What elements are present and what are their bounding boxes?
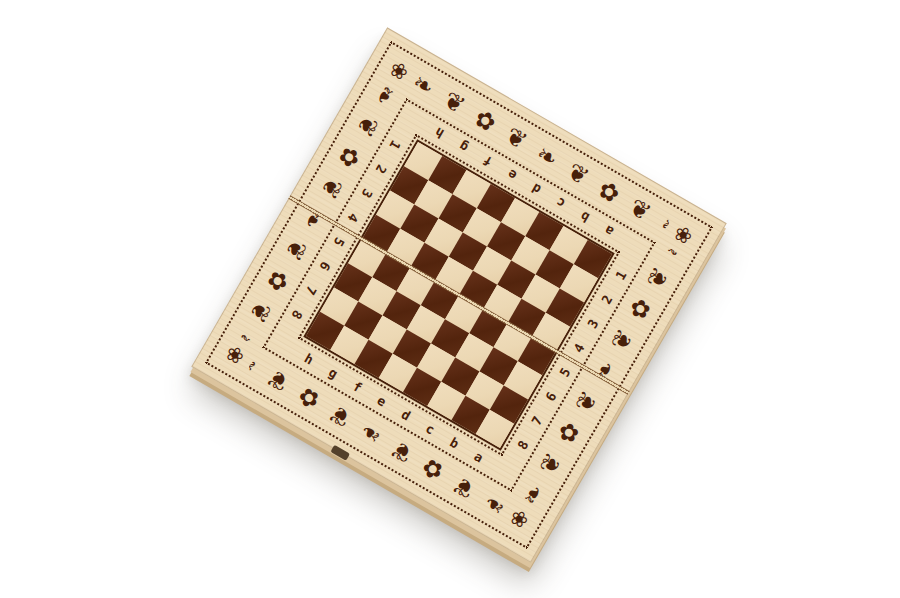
hinge-clasp xyxy=(330,445,350,461)
chessboard: ❧ ❦ ✿ ❦ ❧ ❦ ✿ ❦ ❧ ❧ ❦ ✿ ❦ ❧ ❦ ✿ ❦ ❧ ❧ ❦ … xyxy=(191,27,726,562)
photo-background: ❧ ❦ ✿ ❦ ❧ ❦ ✿ ❦ ❧ ❧ ❦ ✿ ❦ ❧ ❦ ✿ ❦ ❧ ❧ ❦ … xyxy=(0,0,900,598)
